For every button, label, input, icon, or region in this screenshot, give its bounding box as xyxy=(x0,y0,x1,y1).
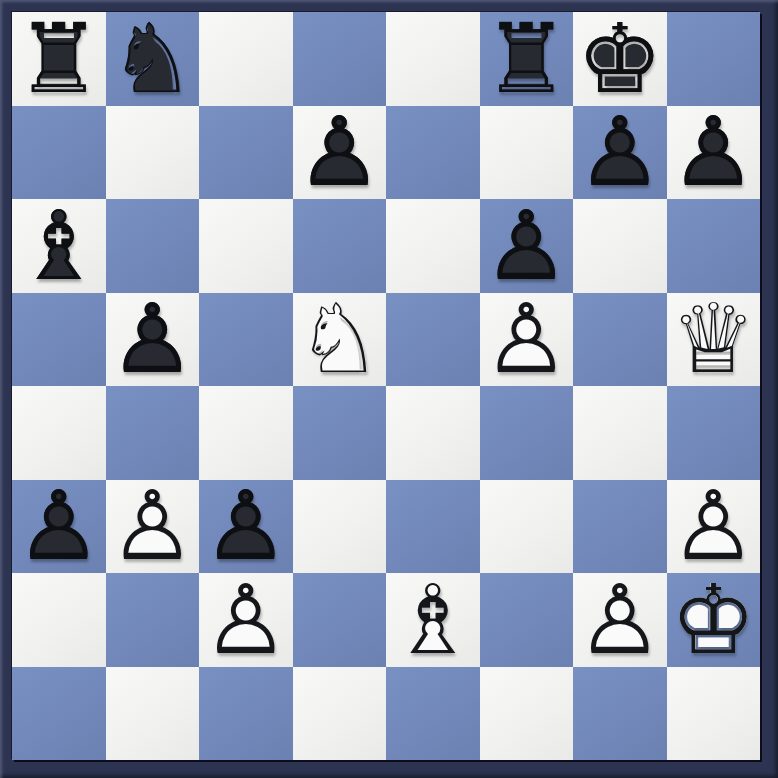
piece-outline: ♙ xyxy=(480,293,574,387)
square-d6[interactable] xyxy=(293,199,387,293)
piece-black-pawn[interactable]: ♟♙ xyxy=(293,106,387,200)
piece-black-knight[interactable]: ♞♘ xyxy=(106,12,200,106)
piece-white-pawn[interactable]: ♟♙ xyxy=(573,573,667,667)
square-g2[interactable]: ♟♙ xyxy=(573,573,667,667)
piece-outline: ♘ xyxy=(106,12,200,106)
square-a2[interactable] xyxy=(12,573,106,667)
piece-white-knight[interactable]: ♞♘ xyxy=(293,293,387,387)
square-h1[interactable] xyxy=(667,667,761,761)
square-f4[interactable] xyxy=(480,386,574,480)
square-e6[interactable] xyxy=(386,199,480,293)
square-h5[interactable]: ♛♕ xyxy=(667,293,761,387)
square-d7[interactable]: ♟♙ xyxy=(293,106,387,200)
piece-outline: ♗ xyxy=(386,573,480,667)
piece-outline: ♙ xyxy=(667,480,761,574)
square-d5[interactable]: ♞♘ xyxy=(293,293,387,387)
square-d4[interactable] xyxy=(293,386,387,480)
piece-outline: ♔ xyxy=(667,573,761,667)
piece-black-rook[interactable]: ♜♖ xyxy=(480,12,574,106)
square-a1[interactable] xyxy=(12,667,106,761)
square-c8[interactable] xyxy=(199,12,293,106)
chess-board: ♜♖♞♘♜♖♚♔♟♙♟♙♟♙♝♗♟♙♟♙♞♘♟♙♛♕♟♙♟♙♟♙♟♙♟♙♝♗♟♙… xyxy=(12,12,760,760)
square-c7[interactable] xyxy=(199,106,293,200)
square-a6[interactable]: ♝♗ xyxy=(12,199,106,293)
square-b8[interactable]: ♞♘ xyxy=(106,12,200,106)
piece-white-bishop[interactable]: ♝♗ xyxy=(386,573,480,667)
piece-black-pawn[interactable]: ♟♙ xyxy=(12,480,106,574)
square-g3[interactable] xyxy=(573,480,667,574)
square-e7[interactable] xyxy=(386,106,480,200)
piece-outline: ♙ xyxy=(106,293,200,387)
square-h4[interactable] xyxy=(667,386,761,480)
piece-outline: ♙ xyxy=(480,199,574,293)
square-c4[interactable] xyxy=(199,386,293,480)
square-h8[interactable] xyxy=(667,12,761,106)
square-d3[interactable] xyxy=(293,480,387,574)
piece-black-pawn[interactable]: ♟♙ xyxy=(667,106,761,200)
piece-black-pawn[interactable]: ♟♙ xyxy=(480,199,574,293)
piece-outline: ♙ xyxy=(199,480,293,574)
square-f6[interactable]: ♟♙ xyxy=(480,199,574,293)
square-a3[interactable]: ♟♙ xyxy=(12,480,106,574)
square-f2[interactable] xyxy=(480,573,574,667)
piece-white-pawn[interactable]: ♟♙ xyxy=(199,573,293,667)
square-b3[interactable]: ♟♙ xyxy=(106,480,200,574)
square-e5[interactable] xyxy=(386,293,480,387)
piece-outline: ♕ xyxy=(667,293,761,387)
piece-outline: ♖ xyxy=(480,12,574,106)
piece-white-pawn[interactable]: ♟♙ xyxy=(480,293,574,387)
square-g5[interactable] xyxy=(573,293,667,387)
square-e2[interactable]: ♝♗ xyxy=(386,573,480,667)
square-d1[interactable] xyxy=(293,667,387,761)
square-e1[interactable] xyxy=(386,667,480,761)
square-f8[interactable]: ♜♖ xyxy=(480,12,574,106)
square-a5[interactable] xyxy=(12,293,106,387)
piece-white-king[interactable]: ♚♔ xyxy=(667,573,761,667)
piece-black-pawn[interactable]: ♟♙ xyxy=(573,106,667,200)
piece-black-bishop[interactable]: ♝♗ xyxy=(12,199,106,293)
piece-black-rook[interactable]: ♜♖ xyxy=(12,12,106,106)
piece-white-pawn[interactable]: ♟♙ xyxy=(106,480,200,574)
square-e8[interactable] xyxy=(386,12,480,106)
square-g7[interactable]: ♟♙ xyxy=(573,106,667,200)
square-b1[interactable] xyxy=(106,667,200,761)
board-frame: ♜♖♞♘♜♖♚♔♟♙♟♙♟♙♝♗♟♙♟♙♞♘♟♙♛♕♟♙♟♙♟♙♟♙♟♙♝♗♟♙… xyxy=(0,0,778,778)
square-g1[interactable] xyxy=(573,667,667,761)
square-f7[interactable] xyxy=(480,106,574,200)
square-g6[interactable] xyxy=(573,199,667,293)
piece-black-pawn[interactable]: ♟♙ xyxy=(199,480,293,574)
square-g8[interactable]: ♚♔ xyxy=(573,12,667,106)
square-f1[interactable] xyxy=(480,667,574,761)
square-d8[interactable] xyxy=(293,12,387,106)
square-e3[interactable] xyxy=(386,480,480,574)
square-h3[interactable]: ♟♙ xyxy=(667,480,761,574)
piece-outline: ♖ xyxy=(12,12,106,106)
square-b6[interactable] xyxy=(106,199,200,293)
square-b2[interactable] xyxy=(106,573,200,667)
piece-outline: ♙ xyxy=(667,106,761,200)
piece-white-queen[interactable]: ♛♕ xyxy=(667,293,761,387)
square-d2[interactable] xyxy=(293,573,387,667)
square-b7[interactable] xyxy=(106,106,200,200)
piece-outline: ♙ xyxy=(199,573,293,667)
piece-outline: ♙ xyxy=(106,480,200,574)
piece-white-pawn[interactable]: ♟♙ xyxy=(667,480,761,574)
square-a7[interactable] xyxy=(12,106,106,200)
square-c5[interactable] xyxy=(199,293,293,387)
piece-outline: ♙ xyxy=(573,106,667,200)
piece-black-pawn[interactable]: ♟♙ xyxy=(106,293,200,387)
piece-black-king[interactable]: ♚♔ xyxy=(573,12,667,106)
square-b5[interactable]: ♟♙ xyxy=(106,293,200,387)
square-f5[interactable]: ♟♙ xyxy=(480,293,574,387)
square-a4[interactable] xyxy=(12,386,106,480)
piece-outline: ♙ xyxy=(293,106,387,200)
piece-outline: ♗ xyxy=(12,199,106,293)
square-h6[interactable] xyxy=(667,199,761,293)
square-g4[interactable] xyxy=(573,386,667,480)
square-c3[interactable]: ♟♙ xyxy=(199,480,293,574)
square-f3[interactable] xyxy=(480,480,574,574)
square-c1[interactable] xyxy=(199,667,293,761)
square-h7[interactable]: ♟♙ xyxy=(667,106,761,200)
piece-outline: ♙ xyxy=(573,573,667,667)
square-c2[interactable]: ♟♙ xyxy=(199,573,293,667)
square-e4[interactable] xyxy=(386,386,480,480)
piece-outline: ♔ xyxy=(573,12,667,106)
square-c6[interactable] xyxy=(199,199,293,293)
square-a8[interactable]: ♜♖ xyxy=(12,12,106,106)
square-h2[interactable]: ♚♔ xyxy=(667,573,761,667)
piece-outline: ♘ xyxy=(293,293,387,387)
piece-outline: ♙ xyxy=(12,480,106,574)
square-b4[interactable] xyxy=(106,386,200,480)
